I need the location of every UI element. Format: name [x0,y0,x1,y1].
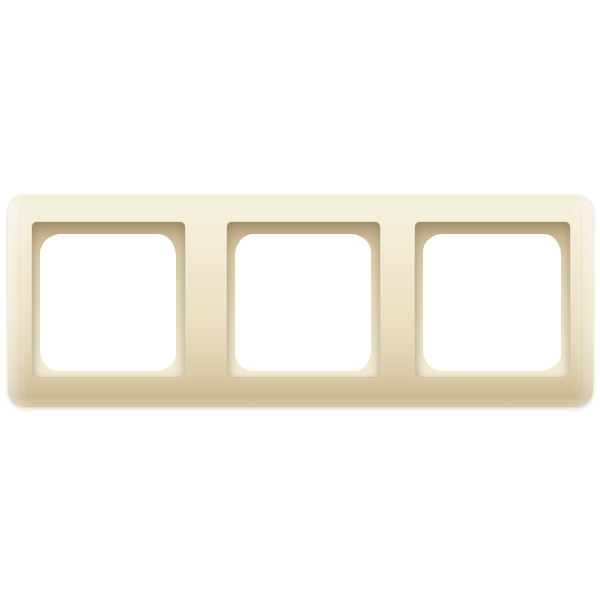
switch-frame [8,195,593,407]
frame-opening-2 [227,222,380,377]
opening-cutout-2 [235,234,371,371]
frame-opening-1 [32,222,185,377]
frame-opening-3 [415,222,570,377]
opening-cutout-1 [40,234,176,371]
opening-cutout-3 [423,234,561,371]
product-photo [0,0,600,600]
